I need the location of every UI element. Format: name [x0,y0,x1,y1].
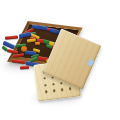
lid-sticker [87,59,94,66]
scene [0,0,120,120]
scattered-piece [27,38,36,42]
scattered-piece [5,35,18,39]
box-piece [35,42,40,45]
scattered-piece [20,65,29,68]
peg-hole [66,85,75,93]
